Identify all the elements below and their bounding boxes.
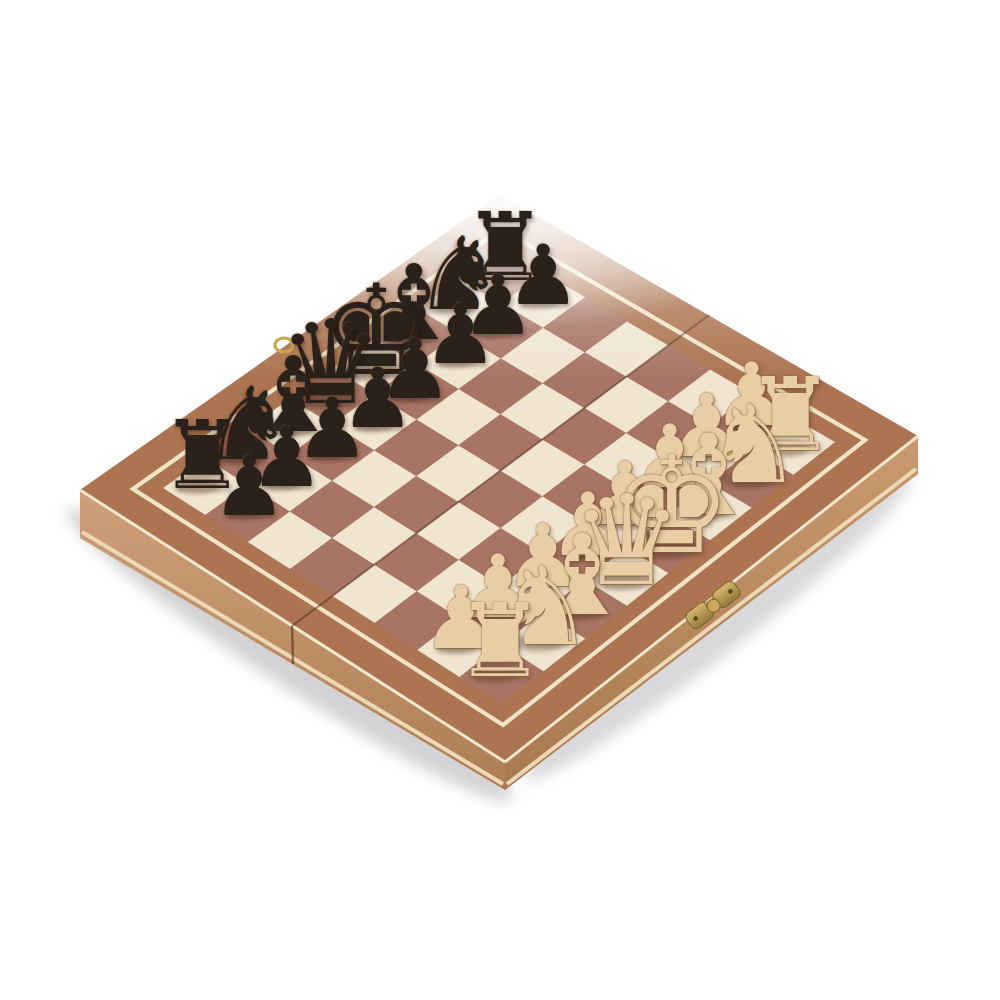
fold-seam-side <box>292 626 293 664</box>
piece-black-pawn-a7[interactable]: ♟ <box>212 444 286 527</box>
chessboard <box>0 0 1000 1000</box>
piece-white-rook-a1[interactable]: ♜ <box>455 591 546 693</box>
product-photo-scene: ♜♞♝♛♚♝♞♜♟♟♟♟♟♟♟♟♟♟♟♟♟♟♟♟♜♞♝♛♚♝♞♜ <box>0 0 1000 1000</box>
